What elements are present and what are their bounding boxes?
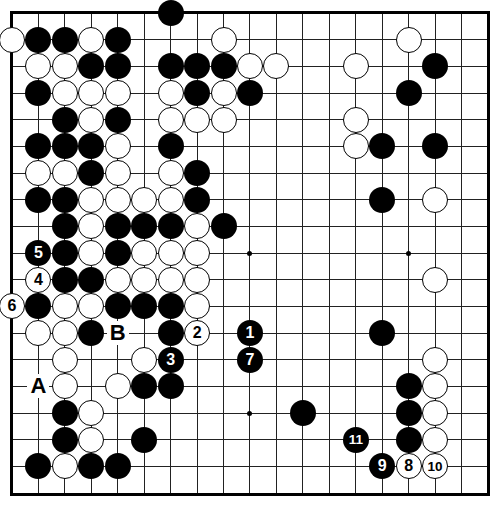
move-number: 5: [34, 245, 43, 261]
black-stone: [158, 53, 184, 79]
white-stone-move-2: 2: [184, 320, 210, 346]
star-point: [406, 251, 411, 256]
white-stone-move-8: 8: [396, 453, 422, 479]
black-stone: [78, 267, 104, 293]
move-number: 7: [246, 351, 255, 367]
white-stone: [343, 107, 369, 133]
black-stone: [105, 107, 131, 133]
white-stone: [184, 240, 210, 266]
white-stone: [105, 267, 131, 293]
white-stone: [52, 160, 78, 186]
point-label-b: B: [107, 321, 129, 345]
black-stone-move-3: 3: [158, 347, 184, 373]
black-stone: [184, 80, 210, 106]
white-stone: [158, 187, 184, 213]
white-stone-move-4: 4: [25, 267, 51, 293]
black-stone: [396, 427, 422, 453]
black-stone: [396, 400, 422, 426]
white-stone: [105, 160, 131, 186]
white-stone: [105, 133, 131, 159]
white-stone: [343, 133, 369, 159]
white-stone: [422, 267, 448, 293]
white-stone: [0, 27, 25, 53]
black-stone: [184, 187, 210, 213]
black-stone: [25, 27, 51, 53]
white-stone: [52, 80, 78, 106]
black-stone: [105, 213, 131, 239]
go-board: 5462137119810AB: [0, 0, 500, 508]
point-label-a: A: [27, 374, 49, 398]
white-stone: [105, 187, 131, 213]
white-stone: [78, 187, 104, 213]
black-stone: [105, 53, 131, 79]
white-stone: [158, 267, 184, 293]
white-stone: [422, 427, 448, 453]
move-number: 6: [8, 298, 17, 314]
white-stone: [343, 53, 369, 79]
black-stone: [52, 187, 78, 213]
black-stone: [105, 27, 131, 53]
white-stone: [422, 400, 448, 426]
black-stone-move-11: 11: [343, 427, 369, 453]
black-stone: [396, 373, 422, 399]
black-stone: [105, 293, 131, 319]
black-stone: [52, 240, 78, 266]
white-stone: [422, 187, 448, 213]
white-stone: [78, 107, 104, 133]
black-stone: [52, 267, 78, 293]
go-diagram: 5462137119810AB: [0, 0, 500, 508]
white-stone: [131, 187, 157, 213]
move-number: 3: [166, 351, 175, 367]
white-stone: [78, 427, 104, 453]
white-stone: [184, 107, 210, 133]
black-stone-move-7: 7: [237, 347, 263, 373]
black-stone: [52, 27, 78, 53]
white-stone: [52, 320, 78, 346]
black-stone: [25, 187, 51, 213]
black-stone: [158, 293, 184, 319]
black-stone: [52, 427, 78, 453]
black-stone: [105, 240, 131, 266]
white-stone: [78, 27, 104, 53]
white-stone: [211, 107, 237, 133]
white-stone: [131, 267, 157, 293]
black-stone: [158, 0, 184, 26]
black-stone: [290, 400, 316, 426]
black-stone: [158, 320, 184, 346]
white-stone: [396, 27, 422, 53]
white-stone: [211, 80, 237, 106]
move-number: 2: [193, 325, 202, 341]
white-stone: [131, 347, 157, 373]
black-stone: [158, 213, 184, 239]
black-stone: [396, 80, 422, 106]
white-stone: [211, 27, 237, 53]
white-stone: [158, 107, 184, 133]
black-stone: [158, 133, 184, 159]
white-stone: [105, 80, 131, 106]
black-stone: [158, 373, 184, 399]
move-number: 10: [428, 459, 443, 473]
white-stone: [158, 240, 184, 266]
black-stone: [105, 453, 131, 479]
white-stone: [105, 373, 131, 399]
white-stone: [52, 347, 78, 373]
black-stone: [184, 160, 210, 186]
move-number: 1: [246, 325, 255, 341]
white-stone: [158, 80, 184, 106]
move-number: 4: [34, 271, 43, 287]
black-stone-move-1: 1: [237, 320, 263, 346]
white-stone: [158, 160, 184, 186]
move-number: 8: [404, 458, 413, 474]
white-stone: [184, 267, 210, 293]
black-stone: [211, 213, 237, 239]
white-stone: [422, 347, 448, 373]
black-stone: [237, 80, 263, 106]
move-number: 11: [349, 432, 363, 446]
black-stone: [131, 427, 157, 453]
move-number: 9: [378, 458, 387, 474]
black-stone: [52, 400, 78, 426]
black-stone: [369, 187, 395, 213]
black-stone: [52, 107, 78, 133]
black-stone: [211, 53, 237, 79]
